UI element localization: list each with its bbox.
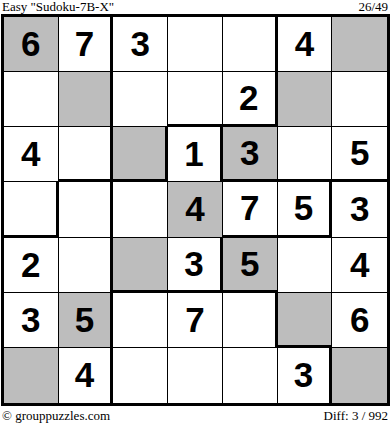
page-title: Easy "Sudoku-7B-X" — [2, 0, 114, 13]
cell-r2c5 — [278, 127, 333, 182]
cell-r1c4: 2 — [223, 72, 278, 127]
cell-r6c6 — [332, 348, 387, 403]
cell-r1c5 — [278, 72, 333, 127]
cell-r3c1 — [59, 182, 114, 237]
cell-r6c3 — [168, 348, 223, 403]
cell-r5c3: 7 — [168, 293, 223, 348]
cell-r5c2 — [113, 293, 168, 348]
cell-r4c2 — [113, 238, 168, 293]
givens-counter: 26/49 — [358, 0, 388, 13]
cell-r5c4 — [223, 293, 278, 348]
cell-r0c0: 6 — [4, 17, 59, 72]
cell-r5c1: 5 — [59, 293, 114, 348]
cell-r4c0: 2 — [4, 238, 59, 293]
cell-r5c0: 3 — [4, 293, 59, 348]
cell-r0c1: 7 — [59, 17, 114, 72]
cell-r3c0 — [4, 182, 59, 237]
cell-r6c2 — [113, 348, 168, 403]
copyright-text: © grouppuzzles.com — [2, 409, 110, 423]
cell-r3c4: 7 — [223, 182, 278, 237]
cell-r1c3 — [168, 72, 223, 127]
cell-r4c1 — [59, 238, 114, 293]
cell-r3c3: 4 — [168, 182, 223, 237]
header: Easy "Sudoku-7B-X" 26/49 — [2, 0, 388, 13]
cell-r1c0 — [4, 72, 59, 127]
cell-r4c6: 4 — [332, 238, 387, 293]
cell-r3c6: 3 — [332, 182, 387, 237]
cell-r4c4: 5 — [223, 238, 278, 293]
cell-r0c2: 3 — [113, 17, 168, 72]
cell-r6c0 — [4, 348, 59, 403]
difficulty-text: Diff: 3 / 992 — [324, 409, 388, 423]
cell-r1c6 — [332, 72, 387, 127]
cell-r5c6: 6 — [332, 293, 387, 348]
cell-r2c6: 5 — [332, 127, 387, 182]
cell-r2c2 — [113, 127, 168, 182]
cell-r2c3: 1 — [168, 127, 223, 182]
cell-r2c1 — [59, 127, 114, 182]
cell-r2c4: 3 — [223, 127, 278, 182]
cell-r1c1 — [59, 72, 114, 127]
cell-r0c4 — [223, 17, 278, 72]
cell-r3c2 — [113, 182, 168, 237]
cell-r0c3 — [168, 17, 223, 72]
cell-r4c5 — [278, 238, 333, 293]
cell-r1c2 — [113, 72, 168, 127]
cell-r6c1: 4 — [59, 348, 114, 403]
cell-r0c5: 4 — [278, 17, 333, 72]
footer: © grouppuzzles.com Diff: 3 / 992 — [2, 409, 388, 423]
cell-r6c5: 3 — [278, 348, 333, 403]
cell-r0c6 — [332, 17, 387, 72]
cell-r5c5 — [278, 293, 333, 348]
cell-r4c3: 3 — [168, 238, 223, 293]
cell-r2c0: 4 — [4, 127, 59, 182]
cell-r6c4 — [223, 348, 278, 403]
cell-r3c5: 5 — [278, 182, 333, 237]
sudoku-board: 67342413547532354357643 — [1, 14, 390, 406]
